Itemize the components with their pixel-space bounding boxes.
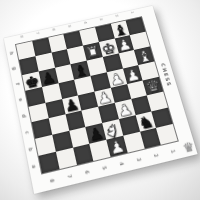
black-pawn-f7[interactable]: ♟ <box>40 70 57 88</box>
brand-logo-icon: ♛ <box>182 140 196 155</box>
rank-label-6: 6 <box>82 163 92 182</box>
chess-board: 87654321 hgfedcba ♝♜♚♟♚♟♝♝♟♟♟♟♛♟♟♞♞♟ CHE… <box>4 6 198 194</box>
white-bishop-f1[interactable]: ♝ <box>136 48 154 65</box>
rank-label-2: 2 <box>150 146 161 165</box>
file-label-h: h <box>8 50 14 54</box>
black-king-f8[interactable]: ♚ <box>24 73 41 91</box>
brand-text: CHESS <box>160 62 173 87</box>
white-queen-d1[interactable]: ♛ <box>144 78 162 96</box>
file-label-e: e <box>18 97 25 102</box>
file-label-b: b <box>27 147 34 152</box>
rank-label-3: 3 <box>133 150 144 169</box>
rank-label-5: 5 <box>99 159 109 178</box>
file-label-d: d <box>21 113 28 118</box>
rank-label-8: 8 <box>47 171 57 190</box>
file-label-c: c <box>24 130 31 134</box>
photo-scene: 87654321 hgfedcba ♝♜♚♟♚♟♝♝♟♟♟♟♛♟♟♞♞♟ CHE… <box>0 0 200 200</box>
file-label-g: g <box>11 66 17 71</box>
rank-label-4: 4 <box>116 155 127 174</box>
file-label-a: a <box>31 164 38 169</box>
file-label-f: f <box>15 82 21 85</box>
rank-label-1: 1 <box>167 142 178 161</box>
rank-label-7: 7 <box>64 167 74 186</box>
